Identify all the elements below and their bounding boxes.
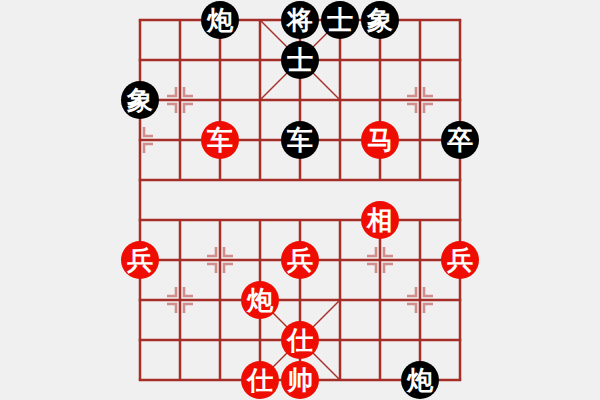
piece-red-advisor[interactable]: 仕: [241, 361, 279, 399]
xiangqi-board: 炮将士象士象车车马卒相兵兵兵炮仕仕帅炮: [0, 0, 600, 400]
piece-red-soldier[interactable]: 兵: [281, 241, 319, 279]
piece-red-advisor[interactable]: 仕: [281, 321, 319, 359]
piece-black-general[interactable]: 将: [281, 1, 319, 39]
piece-black-cannon[interactable]: 炮: [401, 361, 439, 399]
piece-black-advisor[interactable]: 士: [281, 41, 319, 79]
piece-black-advisor[interactable]: 士: [321, 1, 359, 39]
piece-black-elephant[interactable]: 象: [121, 81, 159, 119]
piece-red-general[interactable]: 帅: [281, 361, 319, 399]
piece-black-cannon[interactable]: 炮: [201, 1, 239, 39]
piece-red-chariot[interactable]: 车: [201, 121, 239, 159]
piece-red-elephant[interactable]: 相: [361, 201, 399, 239]
game-screen: 炮将士象士象车车马卒相兵兵兵炮仕仕帅炮: [0, 0, 600, 400]
piece-red-cannon[interactable]: 炮: [241, 281, 279, 319]
piece-red-soldier[interactable]: 兵: [441, 241, 479, 279]
piece-black-chariot[interactable]: 车: [281, 121, 319, 159]
piece-black-soldier[interactable]: 卒: [441, 121, 479, 159]
piece-red-soldier[interactable]: 兵: [121, 241, 159, 279]
piece-black-elephant[interactable]: 象: [361, 1, 399, 39]
piece-red-horse[interactable]: 马: [361, 121, 399, 159]
pieces-layer: 炮将士象士象车车马卒相兵兵兵炮仕仕帅炮: [120, 0, 480, 400]
